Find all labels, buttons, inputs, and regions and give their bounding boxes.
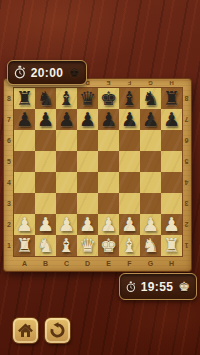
square-a3[interactable] xyxy=(14,193,35,214)
square-f4[interactable] xyxy=(119,172,140,193)
stopwatch-icon xyxy=(126,279,136,295)
black-clock-time: 20:00 xyxy=(31,66,64,80)
rank-labels-right: 87654321 xyxy=(182,88,191,256)
rank-labels-left: 87654321 xyxy=(4,88,14,256)
piece-black-knight[interactable]: ♞ xyxy=(140,88,161,109)
square-f2[interactable]: ♟ xyxy=(119,214,140,235)
square-g1[interactable]: ♞ xyxy=(140,235,161,256)
square-g4[interactable] xyxy=(140,172,161,193)
square-h5[interactable] xyxy=(161,151,182,172)
piece-white-pawn[interactable]: ♟ xyxy=(140,214,161,235)
square-e4[interactable] xyxy=(98,172,119,193)
square-d7[interactable]: ♟ xyxy=(77,109,98,130)
square-a6[interactable] xyxy=(14,130,35,151)
rank-label-right-3: 3 xyxy=(182,193,191,214)
square-a1[interactable]: ♜ xyxy=(14,235,35,256)
file-labels-bottom: ABCDEFGH xyxy=(14,256,182,271)
game-scene: 20:00 ♚ ABCDEFGH 87654321 ♜♞♝♛♚♝♞♜♟♟♟♟♟♟… xyxy=(0,0,200,355)
square-b4[interactable] xyxy=(35,172,56,193)
square-h7[interactable]: ♟ xyxy=(161,109,182,130)
file-label-f: F xyxy=(119,256,140,271)
piece-white-rook[interactable]: ♜ xyxy=(14,235,35,256)
square-g7[interactable]: ♟ xyxy=(140,109,161,130)
square-h2[interactable]: ♟ xyxy=(161,214,182,235)
rank-label-right-4: 4 xyxy=(182,172,191,193)
rank-label-6: 6 xyxy=(4,130,14,151)
rank-label-8: 8 xyxy=(4,88,14,109)
rank-label-right-8: 8 xyxy=(182,88,191,109)
piece-black-pawn[interactable]: ♟ xyxy=(161,109,182,130)
piece-white-rook[interactable]: ♜ xyxy=(161,235,182,256)
square-g3[interactable] xyxy=(140,193,161,214)
piece-black-pawn[interactable]: ♟ xyxy=(119,109,140,130)
rank-label-2: 2 xyxy=(4,214,14,235)
rank-label-3: 3 xyxy=(4,193,14,214)
square-c8[interactable]: ♝ xyxy=(56,88,77,109)
piece-black-pawn[interactable]: ♟ xyxy=(14,109,35,130)
square-b8[interactable]: ♞ xyxy=(35,88,56,109)
square-c2[interactable]: ♟ xyxy=(56,214,77,235)
square-e7[interactable]: ♟ xyxy=(98,109,119,130)
square-d1[interactable]: ♛ xyxy=(77,235,98,256)
rank-label-1: 1 xyxy=(4,235,14,256)
white-king-icon: ♚ xyxy=(178,280,190,293)
square-c3[interactable] xyxy=(56,193,77,214)
piece-black-rook[interactable]: ♜ xyxy=(161,88,182,109)
square-e1[interactable]: ♚ xyxy=(98,235,119,256)
stopwatch-icon xyxy=(14,65,26,80)
rank-label-5: 5 xyxy=(4,151,14,172)
piece-black-king[interactable]: ♚ xyxy=(98,88,119,109)
piece-white-pawn[interactable]: ♟ xyxy=(98,214,119,235)
square-d8[interactable]: ♛ xyxy=(77,88,98,109)
square-c6[interactable] xyxy=(56,130,77,151)
square-a5[interactable] xyxy=(14,151,35,172)
square-b6[interactable] xyxy=(35,130,56,151)
square-f8[interactable]: ♝ xyxy=(119,88,140,109)
rank-label-right-7: 7 xyxy=(182,109,191,130)
piece-black-bishop[interactable]: ♝ xyxy=(119,88,140,109)
piece-white-knight[interactable]: ♞ xyxy=(140,235,161,256)
square-d5[interactable] xyxy=(77,151,98,172)
square-d3[interactable] xyxy=(77,193,98,214)
piece-black-pawn[interactable]: ♟ xyxy=(98,109,119,130)
file-label-e: E xyxy=(98,256,119,271)
square-h6[interactable] xyxy=(161,130,182,151)
square-h1[interactable]: ♜ xyxy=(161,235,182,256)
piece-black-pawn[interactable]: ♟ xyxy=(77,109,98,130)
file-label-a: A xyxy=(14,256,35,271)
black-clock-panel: 20:00 ♚ xyxy=(7,60,87,85)
rank-label-7: 7 xyxy=(4,109,14,130)
piece-black-pawn[interactable]: ♟ xyxy=(140,109,161,130)
square-d4[interactable] xyxy=(77,172,98,193)
square-c1[interactable]: ♝ xyxy=(56,235,77,256)
square-b3[interactable] xyxy=(35,193,56,214)
home-button[interactable] xyxy=(13,318,38,343)
square-e6[interactable] xyxy=(98,130,119,151)
square-e3[interactable] xyxy=(98,193,119,214)
piece-black-queen[interactable]: ♛ xyxy=(77,88,98,109)
file-label-b: B xyxy=(35,256,56,271)
piece-white-pawn[interactable]: ♟ xyxy=(14,214,35,235)
piece-white-knight[interactable]: ♞ xyxy=(35,235,56,256)
file-label-c: C xyxy=(56,256,77,271)
file-label-h: H xyxy=(161,256,182,271)
square-c7[interactable]: ♟ xyxy=(56,109,77,130)
square-b5[interactable] xyxy=(35,151,56,172)
piece-white-king[interactable]: ♚ xyxy=(98,235,119,256)
square-h8[interactable]: ♜ xyxy=(161,88,182,109)
piece-white-pawn[interactable]: ♟ xyxy=(161,214,182,235)
square-a4[interactable] xyxy=(14,172,35,193)
piece-black-pawn[interactable]: ♟ xyxy=(35,109,56,130)
file-label-g: G xyxy=(140,256,161,271)
piece-white-pawn[interactable]: ♟ xyxy=(56,214,77,235)
square-a7[interactable]: ♟ xyxy=(14,109,35,130)
squares: ♜♞♝♛♚♝♞♜♟♟♟♟♟♟♟♟♟♟♟♟♟♟♟♟♜♞♝♛♚♝♞♜ xyxy=(14,88,182,256)
restart-icon xyxy=(49,322,66,339)
piece-black-knight[interactable]: ♞ xyxy=(35,88,56,109)
restart-button[interactable] xyxy=(45,318,70,343)
home-icon xyxy=(17,322,34,339)
square-g6[interactable] xyxy=(140,130,161,151)
square-d6[interactable] xyxy=(77,130,98,151)
square-f7[interactable]: ♟ xyxy=(119,109,140,130)
rank-label-right-2: 2 xyxy=(182,214,191,235)
square-e8[interactable]: ♚ xyxy=(98,88,119,109)
square-g5[interactable] xyxy=(140,151,161,172)
piece-black-pawn[interactable]: ♟ xyxy=(56,109,77,130)
square-b1[interactable]: ♞ xyxy=(35,235,56,256)
rank-label-right-5: 5 xyxy=(182,151,191,172)
square-d2[interactable]: ♟ xyxy=(77,214,98,235)
rank-label-right-6: 6 xyxy=(182,130,191,151)
white-clock-time: 19:55 xyxy=(141,280,174,294)
square-g8[interactable]: ♞ xyxy=(140,88,161,109)
black-king-icon: ♚ xyxy=(68,66,80,79)
file-label-d: D xyxy=(77,256,98,271)
square-f1[interactable]: ♝ xyxy=(119,235,140,256)
piece-black-rook[interactable]: ♜ xyxy=(14,88,35,109)
piece-white-pawn[interactable]: ♟ xyxy=(119,214,140,235)
square-h3[interactable] xyxy=(161,193,182,214)
square-c4[interactable] xyxy=(56,172,77,193)
square-c5[interactable] xyxy=(56,151,77,172)
square-b2[interactable]: ♟ xyxy=(35,214,56,235)
square-f5[interactable] xyxy=(119,151,140,172)
piece-black-bishop[interactable]: ♝ xyxy=(56,88,77,109)
rank-label-4: 4 xyxy=(4,172,14,193)
piece-white-bishop[interactable]: ♝ xyxy=(56,235,77,256)
white-clock-panel: 19:55 ♚ xyxy=(119,273,197,300)
piece-white-pawn[interactable]: ♟ xyxy=(77,214,98,235)
square-f3[interactable] xyxy=(119,193,140,214)
piece-white-queen[interactable]: ♛ xyxy=(77,235,98,256)
square-e2[interactable]: ♟ xyxy=(98,214,119,235)
piece-white-pawn[interactable]: ♟ xyxy=(35,214,56,235)
square-f6[interactable] xyxy=(119,130,140,151)
rank-label-right-1: 1 xyxy=(182,235,191,256)
square-e5[interactable] xyxy=(98,151,119,172)
square-a2[interactable]: ♟ xyxy=(14,214,35,235)
chess-board: ABCDEFGH 87654321 ♜♞♝♛♚♝♞♜♟♟♟♟♟♟♟♟♟♟♟♟♟♟… xyxy=(4,79,191,271)
square-b7[interactable]: ♟ xyxy=(35,109,56,130)
square-a8[interactable]: ♜ xyxy=(14,88,35,109)
square-h4[interactable] xyxy=(161,172,182,193)
square-g2[interactable]: ♟ xyxy=(140,214,161,235)
piece-white-bishop[interactable]: ♝ xyxy=(119,235,140,256)
